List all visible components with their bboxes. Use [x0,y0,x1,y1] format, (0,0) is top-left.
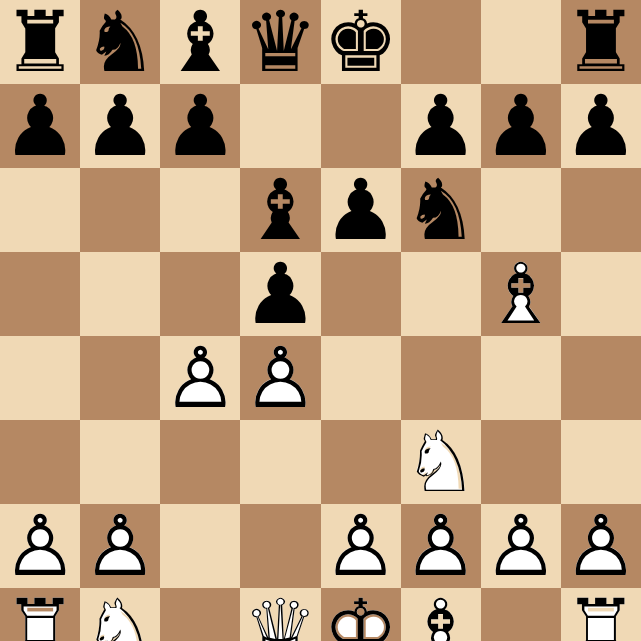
piece-outline-glyph: ♘ [83,588,158,641]
square-b5[interactable] [80,252,160,336]
square-h1[interactable]: ♜♖ [561,588,641,641]
square-d7[interactable] [240,84,320,168]
white-bishop-piece[interactable]: ♝♗ [403,588,478,641]
white-knight-piece[interactable]: ♞♘ [403,420,478,504]
black-pawn-piece[interactable]: ♟ [83,84,158,168]
white-pawn-piece[interactable]: ♟♙ [403,504,478,588]
piece-outline-glyph: ♙ [483,504,558,588]
square-b8[interactable]: ♞ [80,0,160,84]
white-king-piece[interactable]: ♚♔ [323,588,398,641]
piece-outline-glyph: ♙ [403,504,478,588]
square-b7[interactable]: ♟ [80,84,160,168]
square-e7[interactable] [321,84,401,168]
white-pawn-piece[interactable]: ♟♙ [483,504,558,588]
square-f2[interactable]: ♟♙ [401,504,481,588]
square-b1[interactable]: ♞♘ [80,588,160,641]
square-e1[interactable]: ♚♔ [321,588,401,641]
square-f1[interactable]: ♝♗ [401,588,481,641]
square-c4[interactable]: ♟♙ [160,336,240,420]
piece-outline-glyph: ♙ [243,336,318,420]
square-d8[interactable]: ♛ [240,0,320,84]
square-a4[interactable] [0,336,80,420]
black-queen-piece[interactable]: ♛ [243,0,318,84]
black-knight-piece[interactable]: ♞ [403,168,478,252]
square-c5[interactable] [160,252,240,336]
square-h8[interactable]: ♜ [561,0,641,84]
square-a1[interactable]: ♜♖ [0,588,80,641]
square-a5[interactable] [0,252,80,336]
square-h5[interactable] [561,252,641,336]
square-a7[interactable]: ♟ [0,84,80,168]
square-g6[interactable] [481,168,561,252]
square-f5[interactable] [401,252,481,336]
white-pawn-piece[interactable]: ♟♙ [2,504,77,588]
square-g7[interactable]: ♟ [481,84,561,168]
piece-outline-glyph: ♗ [403,588,478,641]
black-knight-piece[interactable]: ♞ [83,0,158,84]
square-d5[interactable]: ♟ [240,252,320,336]
square-a2[interactable]: ♟♙ [0,504,80,588]
white-pawn-piece[interactable]: ♟♙ [83,504,158,588]
white-pawn-piece[interactable]: ♟♙ [243,336,318,420]
white-pawn-piece[interactable]: ♟♙ [563,504,638,588]
square-g3[interactable] [481,420,561,504]
square-e5[interactable] [321,252,401,336]
white-bishop-piece[interactable]: ♝♗ [483,252,558,336]
square-c1[interactable] [160,588,240,641]
chess-board: ♜♞♝♛♚♜♟♟♟♟♟♟♝♟♞♟♝♗♟♙♟♙♞♘♟♙♟♙♟♙♟♙♟♙♟♙♜♖♞♘… [0,0,641,641]
black-bishop-piece[interactable]: ♝ [163,0,238,84]
piece-outline-glyph: ♗ [483,252,558,336]
square-f7[interactable]: ♟ [401,84,481,168]
square-e8[interactable]: ♚ [321,0,401,84]
piece-outline-glyph: ♙ [2,504,77,588]
square-a8[interactable]: ♜ [0,0,80,84]
black-pawn-piece[interactable]: ♟ [483,84,558,168]
black-pawn-piece[interactable]: ♟ [323,168,398,252]
black-rook-piece[interactable]: ♜ [563,0,638,84]
square-c2[interactable] [160,504,240,588]
black-king-piece[interactable]: ♚ [323,0,398,84]
square-g4[interactable] [481,336,561,420]
piece-outline-glyph: ♙ [563,504,638,588]
white-queen-piece[interactable]: ♛♕ [243,588,318,641]
square-d6[interactable]: ♝ [240,168,320,252]
square-g5[interactable]: ♝♗ [481,252,561,336]
black-pawn-piece[interactable]: ♟ [403,84,478,168]
square-c7[interactable]: ♟ [160,84,240,168]
square-h3[interactable] [561,420,641,504]
square-g8[interactable] [481,0,561,84]
square-d4[interactable]: ♟♙ [240,336,320,420]
black-pawn-piece[interactable]: ♟ [243,252,318,336]
piece-outline-glyph: ♙ [323,504,398,588]
square-f4[interactable] [401,336,481,420]
black-bishop-piece[interactable]: ♝ [243,168,318,252]
square-b4[interactable] [80,336,160,420]
square-d3[interactable] [240,420,320,504]
piece-outline-glyph: ♖ [563,588,638,641]
square-h7[interactable]: ♟ [561,84,641,168]
square-f8[interactable] [401,0,481,84]
square-b2[interactable]: ♟♙ [80,504,160,588]
piece-outline-glyph: ♖ [2,588,77,641]
piece-outline-glyph: ♕ [243,588,318,641]
square-c8[interactable]: ♝ [160,0,240,84]
square-e6[interactable]: ♟ [321,168,401,252]
black-pawn-piece[interactable]: ♟ [2,84,77,168]
square-b6[interactable] [80,168,160,252]
square-g1[interactable] [481,588,561,641]
square-d1[interactable]: ♛♕ [240,588,320,641]
square-f3[interactable]: ♞♘ [401,420,481,504]
square-d2[interactable] [240,504,320,588]
square-a3[interactable] [0,420,80,504]
piece-outline-glyph: ♔ [323,588,398,641]
white-pawn-piece[interactable]: ♟♙ [323,504,398,588]
square-a6[interactable] [0,168,80,252]
square-c6[interactable] [160,168,240,252]
square-c3[interactable] [160,420,240,504]
square-e4[interactable] [321,336,401,420]
square-e2[interactable]: ♟♙ [321,504,401,588]
white-rook-piece[interactable]: ♜♖ [2,588,77,641]
white-knight-piece[interactable]: ♞♘ [83,588,158,641]
square-h2[interactable]: ♟♙ [561,504,641,588]
black-pawn-piece[interactable]: ♟ [163,84,238,168]
square-h6[interactable] [561,168,641,252]
piece-outline-glyph: ♘ [403,420,478,504]
square-h4[interactable] [561,336,641,420]
black-rook-piece[interactable]: ♜ [2,0,77,84]
white-rook-piece[interactable]: ♜♖ [563,588,638,641]
black-pawn-piece[interactable]: ♟ [563,84,638,168]
white-pawn-piece[interactable]: ♟♙ [163,336,238,420]
square-e3[interactable] [321,420,401,504]
square-g2[interactable]: ♟♙ [481,504,561,588]
piece-outline-glyph: ♙ [163,336,238,420]
square-f6[interactable]: ♞ [401,168,481,252]
piece-outline-glyph: ♙ [83,504,158,588]
square-b3[interactable] [80,420,160,504]
